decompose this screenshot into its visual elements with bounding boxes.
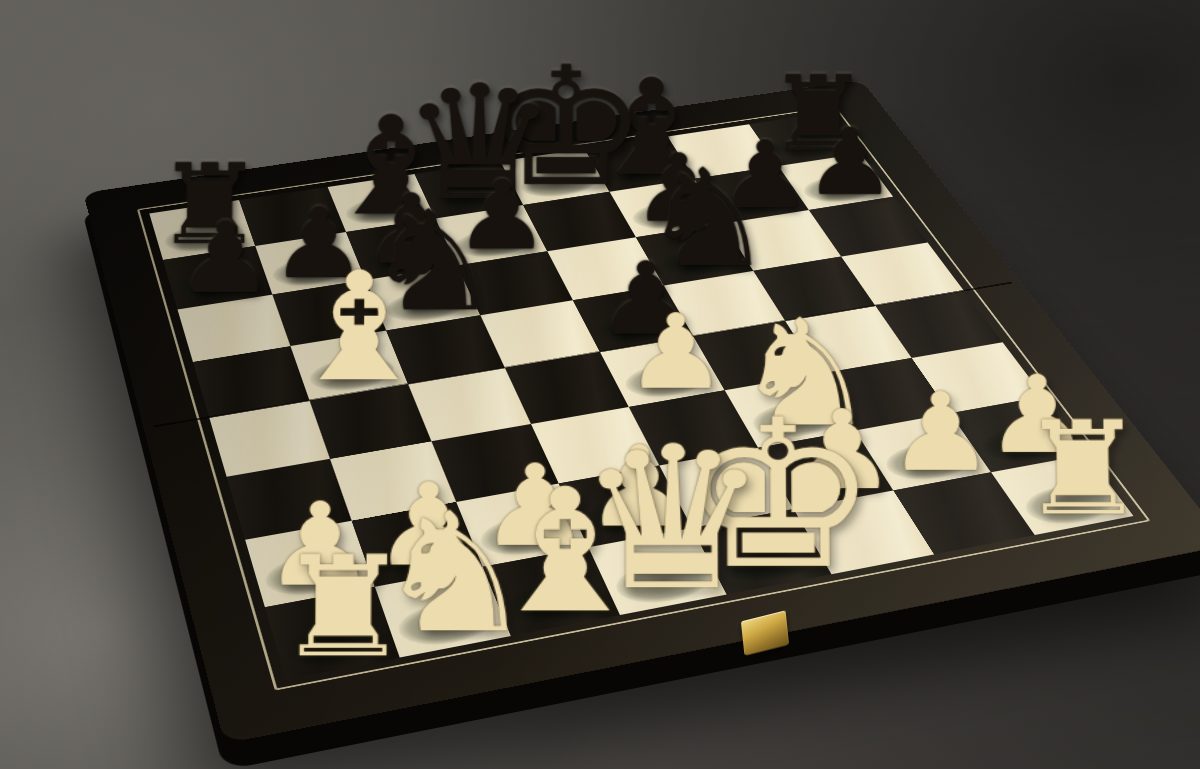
white-pawn[interactable]: ♟	[887, 388, 996, 480]
black-pawn[interactable]: ♟	[176, 218, 275, 301]
white-rook[interactable]: ♜	[1018, 414, 1148, 524]
square-a7[interactable]: ♟	[163, 246, 272, 310]
white-rook[interactable]: ♜	[274, 548, 413, 667]
square-b5[interactable]: ♝	[290, 331, 408, 401]
square-a1[interactable]: ♜	[265, 587, 400, 680]
photo-background: ♜♝♛♚♝♜♟♟♟♟♟♟♟♞♞♝♟♟♞♟♟♟♟♟♟♟♜♞♝♛♚♜	[0, 0, 1200, 769]
black-pawn[interactable]: ♟	[804, 124, 897, 202]
white-bishop[interactable]: ♝	[284, 263, 435, 391]
